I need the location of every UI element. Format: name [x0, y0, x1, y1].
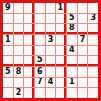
cell-r9c8[interactable] — [78, 88, 88, 98]
cell-r9c7[interactable] — [67, 88, 77, 98]
cell-r6c2[interactable] — [14, 56, 24, 66]
cell-r1c6: 1 — [56, 3, 66, 13]
cell-r3c9[interactable] — [88, 24, 98, 34]
cell-r7c8[interactable] — [78, 67, 88, 77]
cell-r9c9[interactable] — [88, 88, 98, 98]
cell-r7c1: 5 — [3, 67, 13, 77]
cell-r1c1: 9 — [3, 3, 13, 13]
cell-r1c7[interactable] — [67, 3, 77, 13]
cell-r5c6[interactable] — [56, 46, 66, 56]
cell-r6c7[interactable] — [67, 56, 77, 66]
cell-r1c2[interactable] — [14, 3, 24, 13]
cell-r9c2: 2 — [14, 88, 24, 98]
cell-r4c1: 1 — [3, 35, 13, 45]
cell-r4c7[interactable] — [67, 35, 77, 45]
cell-r8c6[interactable] — [56, 78, 66, 88]
cell-r1c5[interactable] — [46, 3, 56, 13]
cell-r7c7[interactable] — [67, 67, 77, 77]
cell-r7c5[interactable] — [46, 67, 56, 77]
cell-r4c3[interactable] — [24, 35, 34, 45]
cell-r4c8: 7 — [78, 35, 88, 45]
cell-r7c9[interactable] — [88, 67, 98, 77]
cell-r8c8[interactable] — [78, 78, 88, 88]
cell-r6c1[interactable] — [3, 56, 13, 66]
cell-r3c7: 8 — [67, 24, 77, 34]
cell-r4c9[interactable] — [88, 35, 98, 45]
cell-r1c4[interactable] — [35, 3, 45, 13]
cell-r3c8[interactable] — [78, 24, 88, 34]
cell-r5c2[interactable] — [14, 46, 24, 56]
cell-r2c1[interactable] — [3, 14, 13, 24]
cell-r5c4[interactable] — [35, 46, 45, 56]
cell-r8c1[interactable] — [3, 78, 13, 88]
cell-r5c7: 4 — [67, 46, 77, 56]
cell-r5c8[interactable] — [78, 46, 88, 56]
cell-r6c5[interactable] — [46, 56, 56, 66]
cell-r8c3[interactable] — [24, 78, 34, 88]
cell-r6c6[interactable] — [56, 56, 66, 66]
cell-r3c4[interactable] — [35, 24, 45, 34]
cell-r5c3[interactable] — [24, 46, 34, 56]
sudoku-app: 91538137455867412 — [0, 0, 101, 101]
cell-r9c3[interactable] — [24, 88, 34, 98]
cell-r1c3[interactable] — [24, 3, 34, 13]
cell-r2c6[interactable] — [56, 14, 66, 24]
cell-r7c2: 8 — [14, 67, 24, 77]
cell-r3c3[interactable] — [24, 24, 34, 34]
cell-r2c7: 5 — [67, 14, 77, 24]
cell-r4c4[interactable] — [35, 35, 45, 45]
cell-r1c8[interactable] — [78, 3, 88, 13]
cell-r8c5: 4 — [46, 78, 56, 88]
cell-r7c6[interactable] — [56, 67, 66, 77]
cell-r2c4[interactable] — [35, 14, 45, 24]
cell-r7c3[interactable] — [24, 67, 34, 77]
cell-r9c1[interactable] — [3, 88, 13, 98]
cell-r8c2[interactable] — [14, 78, 24, 88]
cell-r4c6[interactable] — [56, 35, 66, 45]
cell-r5c1[interactable] — [3, 46, 13, 56]
cell-r9c4[interactable] — [35, 88, 45, 98]
cell-r6c3[interactable] — [24, 56, 34, 66]
cell-r2c5[interactable] — [46, 14, 56, 24]
cell-r4c5: 3 — [46, 35, 56, 45]
cell-r3c2[interactable] — [14, 24, 24, 34]
cell-r2c8[interactable] — [78, 14, 88, 24]
cell-r3c6[interactable] — [56, 24, 66, 34]
cell-r9c6[interactable] — [56, 88, 66, 98]
cell-r7c4: 6 — [35, 67, 45, 77]
cell-r2c9: 3 — [88, 14, 98, 24]
cell-r5c5[interactable] — [46, 46, 56, 56]
sudoku-board: 91538137455867412 — [0, 0, 101, 101]
cell-r6c4: 5 — [35, 56, 45, 66]
cell-r6c8[interactable] — [78, 56, 88, 66]
cell-r6c9[interactable] — [88, 56, 98, 66]
cell-r2c2[interactable] — [14, 14, 24, 24]
cell-r5c9[interactable] — [88, 46, 98, 56]
cell-r1c9[interactable] — [88, 3, 98, 13]
cell-r3c1[interactable] — [3, 24, 13, 34]
cell-r8c9[interactable] — [88, 78, 98, 88]
cell-r3c5[interactable] — [46, 24, 56, 34]
cell-r4c2[interactable] — [14, 35, 24, 45]
cell-r8c7: 1 — [67, 78, 77, 88]
cell-r8c4: 7 — [35, 78, 45, 88]
cell-r9c5[interactable] — [46, 88, 56, 98]
cell-r2c3[interactable] — [24, 14, 34, 24]
